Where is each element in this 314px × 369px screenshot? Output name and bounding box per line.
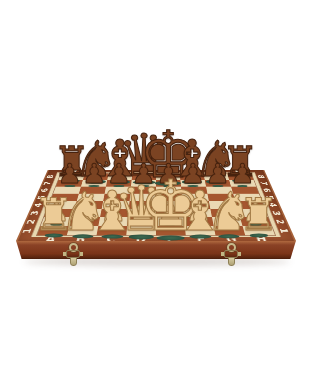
rank-label: 7 — [42, 181, 54, 185]
chess-piece[interactable]: ♜ — [238, 192, 278, 237]
brass-clasp-left — [64, 243, 82, 267]
product-photo-stage: ABCDEFGH ABCDEFGH 87654321 87654321 ♜♞♝♛… — [0, 0, 314, 369]
rank-label: 1 — [277, 227, 291, 232]
clasp-hasp-icon — [70, 257, 77, 266]
clasp-hasp-icon — [228, 257, 235, 266]
brass-clasp-right — [222, 243, 240, 267]
rank-label: 7 — [258, 181, 270, 185]
